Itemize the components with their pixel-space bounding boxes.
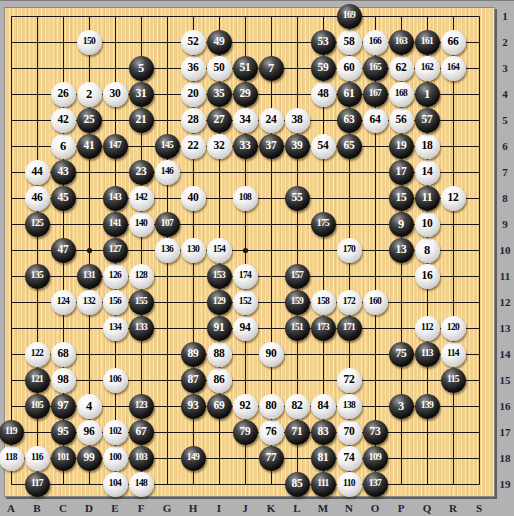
stone-black-move-135-B11[interactable]: 135 <box>25 264 50 289</box>
move-number: 173 <box>317 323 329 333</box>
move-number: 23 <box>136 166 147 178</box>
stone-white-move-76-K17[interactable]: 76 <box>259 420 284 445</box>
stone-black-move-93-H16[interactable]: 93 <box>181 394 206 419</box>
move-number: 61 <box>344 88 355 100</box>
col-label-E: E <box>106 501 124 515</box>
stone-white-move-118-A18[interactable]: 118 <box>0 446 24 471</box>
move-number: 145 <box>161 141 173 151</box>
move-number: 16 <box>422 270 433 282</box>
stone-black-move-87-H15[interactable]: 87 <box>181 368 206 393</box>
move-number: 75 <box>396 348 407 360</box>
move-number: 40 <box>188 192 199 204</box>
row-label-5: 5 <box>496 113 514 127</box>
stone-white-move-172-N12[interactable]: 172 <box>337 290 362 315</box>
move-number: 29 <box>240 88 251 100</box>
move-number: 6 <box>60 139 66 152</box>
stone-white-move-128-F11[interactable]: 128 <box>129 264 154 289</box>
stone-black-move-139-Q16[interactable]: 139 <box>415 394 440 419</box>
move-number: 95 <box>58 426 69 438</box>
stone-black-move-113-Q14[interactable]: 113 <box>415 342 440 367</box>
move-number: 146 <box>161 167 173 177</box>
stone-white-move-64-O5[interactable]: 64 <box>363 108 388 133</box>
row-label-13: 13 <box>496 321 514 335</box>
stone-white-move-16-Q11[interactable]: 16 <box>415 264 440 289</box>
stone-white-move-140-F9[interactable]: 140 <box>129 212 154 237</box>
stone-black-move-97-C16[interactable]: 97 <box>51 394 76 419</box>
stone-black-move-107-G9[interactable]: 107 <box>155 212 180 237</box>
stone-black-move-171-N13[interactable]: 171 <box>337 316 362 341</box>
stone-white-move-124-C12[interactable]: 124 <box>51 290 76 315</box>
move-number: 27 <box>214 114 225 126</box>
stone-black-move-69-I16[interactable]: 69 <box>207 394 232 419</box>
move-number: 62 <box>396 62 407 74</box>
stone-white-move-168-P4[interactable]: 168 <box>389 82 414 107</box>
go-game-diagram: 1234567891011121314151617181920212223242… <box>0 0 514 516</box>
move-number: 154 <box>213 245 225 255</box>
col-label-C: C <box>54 501 72 515</box>
stone-black-move-77-K18[interactable]: 77 <box>259 446 284 471</box>
stone-white-move-14-Q7[interactable]: 14 <box>415 160 440 185</box>
stone-white-move-98-C15[interactable]: 98 <box>51 368 76 393</box>
move-number: 37 <box>266 140 277 152</box>
stone-black-move-153-I11[interactable]: 153 <box>207 264 232 289</box>
stone-white-move-36-H3[interactable]: 36 <box>181 56 206 81</box>
stone-white-move-30-E4[interactable]: 30 <box>103 82 128 107</box>
move-number: 130 <box>187 245 199 255</box>
move-number: 52 <box>188 36 199 48</box>
stone-white-move-150-D2[interactable]: 150 <box>77 30 102 55</box>
stone-white-move-160-O12[interactable]: 160 <box>363 290 388 315</box>
stone-white-move-112-Q13[interactable]: 112 <box>415 316 440 341</box>
move-number: 159 <box>291 297 303 307</box>
stone-white-move-90-K14[interactable]: 90 <box>259 342 284 367</box>
stone-white-move-12-R8[interactable]: 12 <box>441 186 466 211</box>
stone-black-move-151-L13[interactable]: 151 <box>285 316 310 341</box>
stone-black-move-133-F13[interactable]: 133 <box>129 316 154 341</box>
stone-black-move-41-D6[interactable]: 41 <box>77 134 102 159</box>
stone-black-move-11-Q8[interactable]: 11 <box>415 186 440 211</box>
move-number: 7 <box>268 61 274 74</box>
move-number: 125 <box>31 219 43 229</box>
move-number: 147 <box>109 141 121 151</box>
move-number: 17 <box>396 166 407 178</box>
move-number: 107 <box>161 219 173 229</box>
stone-white-move-164-R3[interactable]: 164 <box>441 56 466 81</box>
stone-black-move-121-B15[interactable]: 121 <box>25 368 50 393</box>
move-number: 148 <box>135 479 147 489</box>
move-number: 150 <box>83 37 95 47</box>
col-label-Q: Q <box>418 501 436 515</box>
move-number: 67 <box>136 426 147 438</box>
move-number: 149 <box>187 453 199 463</box>
stone-white-move-10-Q9[interactable]: 10 <box>415 212 440 237</box>
stone-black-move-61-N4[interactable]: 61 <box>337 82 362 107</box>
stone-black-move-21-F5[interactable]: 21 <box>129 108 154 133</box>
move-number: 175 <box>317 219 329 229</box>
move-number: 51 <box>240 62 251 74</box>
move-number: 43 <box>58 166 69 178</box>
stone-black-move-9-P9[interactable]: 9 <box>389 212 414 237</box>
stone-white-move-20-H4[interactable]: 20 <box>181 82 206 107</box>
stone-white-move-174-J11[interactable]: 174 <box>233 264 258 289</box>
stone-black-move-17-P7[interactable]: 17 <box>389 160 414 185</box>
stone-black-move-71-L17[interactable]: 71 <box>285 420 310 445</box>
stone-white-move-22-H6[interactable]: 22 <box>181 134 206 159</box>
stone-black-move-45-C8[interactable]: 45 <box>51 186 76 211</box>
stone-white-move-54-M6[interactable]: 54 <box>311 134 336 159</box>
stone-black-move-149-H18[interactable]: 149 <box>181 446 206 471</box>
stone-white-move-58-N2[interactable]: 58 <box>337 30 362 55</box>
move-number: 110 <box>343 479 355 489</box>
stone-black-move-161-Q2[interactable]: 161 <box>415 30 440 55</box>
stone-white-move-70-N17[interactable]: 70 <box>337 420 362 445</box>
row-label-10: 10 <box>496 243 514 257</box>
stone-black-move-157-L11[interactable]: 157 <box>285 264 310 289</box>
stone-white-move-50-I3[interactable]: 50 <box>207 56 232 81</box>
stone-black-move-169-N1[interactable]: 169 <box>337 4 362 29</box>
stone-white-move-56-P5[interactable]: 56 <box>389 108 414 133</box>
stone-black-move-175-M9[interactable]: 175 <box>311 212 336 237</box>
stone-black-move-109-O18[interactable]: 109 <box>363 446 388 471</box>
move-number: 55 <box>292 192 303 204</box>
move-number: 166 <box>369 37 381 47</box>
stone-white-move-88-I14[interactable]: 88 <box>207 342 232 367</box>
row-label-4: 4 <box>496 87 514 101</box>
stone-white-move-24-K5[interactable]: 24 <box>259 108 284 133</box>
stone-white-move-18-Q6[interactable]: 18 <box>415 134 440 159</box>
move-number: 170 <box>343 245 355 255</box>
stone-black-move-57-Q5[interactable]: 57 <box>415 108 440 133</box>
move-number: 136 <box>161 245 173 255</box>
move-number: 112 <box>421 323 433 333</box>
stone-white-move-4-D16[interactable]: 4 <box>77 394 102 419</box>
move-number: 106 <box>109 375 121 385</box>
stone-black-move-99-D18[interactable]: 99 <box>77 446 102 471</box>
stone-black-move-79-J17[interactable]: 79 <box>233 420 258 445</box>
move-number: 97 <box>58 400 69 412</box>
move-number: 33 <box>240 140 251 152</box>
stone-white-move-84-M16[interactable]: 84 <box>311 394 336 419</box>
move-number: 19 <box>396 140 407 152</box>
stone-black-move-65-N6[interactable]: 65 <box>337 134 362 159</box>
stone-white-move-32-I6[interactable]: 32 <box>207 134 232 159</box>
move-number: 42 <box>58 114 69 126</box>
stone-white-move-62-P3[interactable]: 62 <box>389 56 414 81</box>
move-number: 49 <box>214 36 225 48</box>
move-number: 94 <box>240 322 251 334</box>
move-number: 131 <box>83 271 95 281</box>
stone-black-move-33-J6[interactable]: 33 <box>233 134 258 159</box>
stone-white-move-170-N10[interactable]: 170 <box>337 238 362 263</box>
move-number: 11 <box>422 192 432 204</box>
stone-black-move-89-H14[interactable]: 89 <box>181 342 206 367</box>
stone-black-move-129-I12[interactable]: 129 <box>207 290 232 315</box>
move-number: 63 <box>344 114 355 126</box>
move-number: 28 <box>188 114 199 126</box>
row-label-7: 7 <box>496 165 514 179</box>
move-number: 99 <box>84 452 95 464</box>
stone-black-move-3-P16[interactable]: 3 <box>389 394 414 419</box>
stone-black-move-117-B19[interactable]: 117 <box>25 472 50 497</box>
move-number: 26 <box>58 88 69 100</box>
stone-white-move-28-H5[interactable]: 28 <box>181 108 206 133</box>
move-number: 76 <box>266 426 277 438</box>
stone-black-move-163-P2[interactable]: 163 <box>389 30 414 55</box>
stone-black-move-49-I2[interactable]: 49 <box>207 30 232 55</box>
stone-black-move-59-M3[interactable]: 59 <box>311 56 336 81</box>
stone-black-move-143-E8[interactable]: 143 <box>103 186 128 211</box>
stone-white-move-104-E19[interactable]: 104 <box>103 472 128 497</box>
stone-black-move-83-M17[interactable]: 83 <box>311 420 336 445</box>
stone-black-move-105-B16[interactable]: 105 <box>25 394 50 419</box>
stone-black-move-141-E9[interactable]: 141 <box>103 212 128 237</box>
move-number: 81 <box>318 452 329 464</box>
move-number: 32 <box>214 140 225 152</box>
stone-white-move-40-H8[interactable]: 40 <box>181 186 206 211</box>
stone-white-move-116-B18[interactable]: 116 <box>25 446 50 471</box>
stone-black-move-25-D5[interactable]: 25 <box>77 108 102 133</box>
move-number: 15 <box>396 192 407 204</box>
stone-white-move-68-C14[interactable]: 68 <box>51 342 76 367</box>
stone-white-move-66-R2[interactable]: 66 <box>441 30 466 55</box>
stone-white-move-126-E11[interactable]: 126 <box>103 264 128 289</box>
move-number: 113 <box>421 349 433 359</box>
row-label-9: 9 <box>496 217 514 231</box>
stone-black-move-67-F17[interactable]: 67 <box>129 420 154 445</box>
row-label-1: 1 <box>496 9 514 23</box>
stone-black-move-35-I4[interactable]: 35 <box>207 82 232 107</box>
stone-black-move-51-J3[interactable]: 51 <box>233 56 258 81</box>
move-number: 56 <box>396 114 407 126</box>
move-number: 89 <box>188 348 199 360</box>
move-number: 132 <box>83 297 95 307</box>
move-number: 41 <box>84 140 95 152</box>
stone-black-move-115-R15[interactable]: 115 <box>441 368 466 393</box>
row-label-19: 19 <box>496 477 514 491</box>
move-number: 22 <box>188 140 199 152</box>
move-number: 59 <box>318 62 329 74</box>
move-number: 24 <box>266 114 277 126</box>
move-number: 72 <box>344 374 355 386</box>
stone-white-move-80-K16[interactable]: 80 <box>259 394 284 419</box>
stone-black-move-43-C7[interactable]: 43 <box>51 160 76 185</box>
stone-black-move-37-K6[interactable]: 37 <box>259 134 284 159</box>
stone-black-move-27-I5[interactable]: 27 <box>207 108 232 133</box>
stone-black-move-39-L6[interactable]: 39 <box>285 134 310 159</box>
row-label-15: 15 <box>496 373 514 387</box>
move-number: 165 <box>369 63 381 73</box>
stone-black-move-101-C18[interactable]: 101 <box>51 446 76 471</box>
col-label-N: N <box>340 501 358 515</box>
move-number: 141 <box>109 219 121 229</box>
move-number: 116 <box>31 453 43 463</box>
stone-black-move-131-D11[interactable]: 131 <box>77 264 102 289</box>
col-label-J: J <box>236 501 254 515</box>
stone-white-move-6-C6[interactable]: 6 <box>51 134 76 159</box>
stone-white-move-38-L5[interactable]: 38 <box>285 108 310 133</box>
stone-white-move-74-N18[interactable]: 74 <box>337 446 362 471</box>
move-number: 102 <box>109 427 121 437</box>
stone-black-move-31-F4[interactable]: 31 <box>129 82 154 107</box>
stone-white-move-2-D4[interactable]: 2 <box>77 82 102 107</box>
stone-black-move-127-E10[interactable]: 127 <box>103 238 128 263</box>
move-number: 53 <box>318 36 329 48</box>
stone-white-move-108-J8[interactable]: 108 <box>233 186 258 211</box>
stone-white-move-8-Q10[interactable]: 8 <box>415 238 440 263</box>
stone-white-move-106-E15[interactable]: 106 <box>103 368 128 393</box>
move-number: 1 <box>424 87 430 100</box>
stone-black-move-155-F12[interactable]: 155 <box>129 290 154 315</box>
stone-white-move-94-J13[interactable]: 94 <box>233 316 258 341</box>
stone-black-move-55-L8[interactable]: 55 <box>285 186 310 211</box>
move-number: 84 <box>318 400 329 412</box>
move-number: 13 <box>396 244 407 256</box>
stone-white-move-132-D12[interactable]: 132 <box>77 290 102 315</box>
stone-white-move-48-M4[interactable]: 48 <box>311 82 336 107</box>
move-number: 160 <box>369 297 381 307</box>
row-label-18: 18 <box>496 451 514 465</box>
col-label-D: D <box>80 501 98 515</box>
stone-black-move-5-F3[interactable]: 5 <box>129 56 154 81</box>
stone-white-move-60-N3[interactable]: 60 <box>337 56 362 81</box>
stone-black-move-91-I13[interactable]: 91 <box>207 316 232 341</box>
stone-white-move-46-B8[interactable]: 46 <box>25 186 50 211</box>
stone-black-move-173-M13[interactable]: 173 <box>311 316 336 341</box>
stone-white-move-110-N19[interactable]: 110 <box>337 472 362 497</box>
move-number: 155 <box>135 297 147 307</box>
move-number: 18 <box>422 140 433 152</box>
move-number: 91 <box>214 322 225 334</box>
stone-black-move-123-F16[interactable]: 123 <box>129 394 154 419</box>
stone-black-move-19-P6[interactable]: 19 <box>389 134 414 159</box>
stone-white-move-156-E12[interactable]: 156 <box>103 290 128 315</box>
stone-black-move-75-P14[interactable]: 75 <box>389 342 414 367</box>
stone-white-move-26-C4[interactable]: 26 <box>51 82 76 107</box>
stone-white-move-136-G10[interactable]: 136 <box>155 238 180 263</box>
stone-white-move-138-N16[interactable]: 138 <box>337 394 362 419</box>
move-number: 96 <box>84 426 95 438</box>
stone-white-move-102-E17[interactable]: 102 <box>103 420 128 445</box>
stone-white-move-82-L16[interactable]: 82 <box>285 394 310 419</box>
move-number: 161 <box>421 37 433 47</box>
stone-black-move-7-K3[interactable]: 7 <box>259 56 284 81</box>
move-number: 134 <box>109 323 121 333</box>
stone-white-move-72-N15[interactable]: 72 <box>337 368 362 393</box>
move-number: 31 <box>136 88 147 100</box>
move-number: 60 <box>344 62 355 74</box>
stone-white-move-146-G7[interactable]: 146 <box>155 160 180 185</box>
move-number: 82 <box>292 400 303 412</box>
stone-white-move-158-M12[interactable]: 158 <box>311 290 336 315</box>
stone-black-move-47-C10[interactable]: 47 <box>51 238 76 263</box>
move-number: 87 <box>188 374 199 386</box>
stone-black-move-159-L12[interactable]: 159 <box>285 290 310 315</box>
stone-black-move-23-F7[interactable]: 23 <box>129 160 154 185</box>
move-number: 171 <box>343 323 355 333</box>
move-number: 35 <box>214 88 225 100</box>
stone-black-move-81-M18[interactable]: 81 <box>311 446 336 471</box>
stone-white-move-34-J5[interactable]: 34 <box>233 108 258 133</box>
col-label-O: O <box>366 501 384 515</box>
stone-white-move-42-C5[interactable]: 42 <box>51 108 76 133</box>
stone-white-move-154-I10[interactable]: 154 <box>207 238 232 263</box>
stone-white-move-152-J12[interactable]: 152 <box>233 290 258 315</box>
move-number: 92 <box>240 400 251 412</box>
stone-black-move-111-M19[interactable]: 111 <box>311 472 336 497</box>
stone-white-move-134-E13[interactable]: 134 <box>103 316 128 341</box>
stone-white-move-162-Q3[interactable]: 162 <box>415 56 440 81</box>
col-label-H: H <box>184 501 202 515</box>
stone-white-move-44-B7[interactable]: 44 <box>25 160 50 185</box>
move-number: 44 <box>32 166 43 178</box>
stone-black-move-145-G6[interactable]: 145 <box>155 134 180 159</box>
stone-white-move-52-H2[interactable]: 52 <box>181 30 206 55</box>
stone-black-move-63-N5[interactable]: 63 <box>337 108 362 133</box>
move-number: 123 <box>135 401 147 411</box>
col-label-I: I <box>210 501 228 515</box>
move-number: 142 <box>135 193 147 203</box>
stone-black-move-103-F18[interactable]: 103 <box>129 446 154 471</box>
move-number: 71 <box>292 426 303 438</box>
move-number: 153 <box>213 271 225 281</box>
move-number: 100 <box>109 453 121 463</box>
stone-white-move-114-R14[interactable]: 114 <box>441 342 466 367</box>
move-number: 152 <box>239 297 251 307</box>
move-number: 25 <box>84 114 95 126</box>
stone-black-move-147-E6[interactable]: 147 <box>103 134 128 159</box>
stone-black-move-119-A17[interactable]: 119 <box>0 420 24 445</box>
stone-white-move-130-H10[interactable]: 130 <box>181 238 206 263</box>
move-number: 140 <box>135 219 147 229</box>
stone-black-move-13-P10[interactable]: 13 <box>389 238 414 263</box>
stone-white-move-86-I15[interactable]: 86 <box>207 368 232 393</box>
move-number: 122 <box>31 349 43 359</box>
stone-white-move-96-D17[interactable]: 96 <box>77 420 102 445</box>
stone-white-move-148-F19[interactable]: 148 <box>129 472 154 497</box>
stone-black-move-95-C17[interactable]: 95 <box>51 420 76 445</box>
move-number: 58 <box>344 36 355 48</box>
stone-black-move-73-O17[interactable]: 73 <box>363 420 388 445</box>
row-label-11: 11 <box>496 269 514 283</box>
row-label-3: 3 <box>496 61 514 75</box>
move-number: 105 <box>31 401 43 411</box>
stone-black-move-125-B9[interactable]: 125 <box>25 212 50 237</box>
stone-black-move-53-M2[interactable]: 53 <box>311 30 336 55</box>
move-number: 127 <box>109 245 121 255</box>
move-number: 172 <box>343 297 355 307</box>
move-number: 88 <box>214 348 225 360</box>
stone-black-move-85-L19[interactable]: 85 <box>285 472 310 497</box>
stone-white-move-166-O2[interactable]: 166 <box>363 30 388 55</box>
stone-white-move-120-R13[interactable]: 120 <box>441 316 466 341</box>
move-number: 54 <box>318 140 329 152</box>
stone-black-move-167-O4[interactable]: 167 <box>363 82 388 107</box>
stone-black-move-15-P8[interactable]: 15 <box>389 186 414 211</box>
stone-white-move-122-B14[interactable]: 122 <box>25 342 50 367</box>
move-number: 21 <box>136 114 147 126</box>
move-number: 69 <box>214 400 225 412</box>
move-number: 68 <box>58 348 69 360</box>
stone-black-move-165-O3[interactable]: 165 <box>363 56 388 81</box>
move-number: 167 <box>369 89 381 99</box>
stone-black-move-29-J4[interactable]: 29 <box>233 82 258 107</box>
stone-white-move-100-E18[interactable]: 100 <box>103 446 128 471</box>
stone-black-move-137-O19[interactable]: 137 <box>363 472 388 497</box>
stone-white-move-142-F8[interactable]: 142 <box>129 186 154 211</box>
stone-white-move-92-J16[interactable]: 92 <box>233 394 258 419</box>
stone-black-move-1-Q4[interactable]: 1 <box>415 82 440 107</box>
move-number: 138 <box>343 401 355 411</box>
